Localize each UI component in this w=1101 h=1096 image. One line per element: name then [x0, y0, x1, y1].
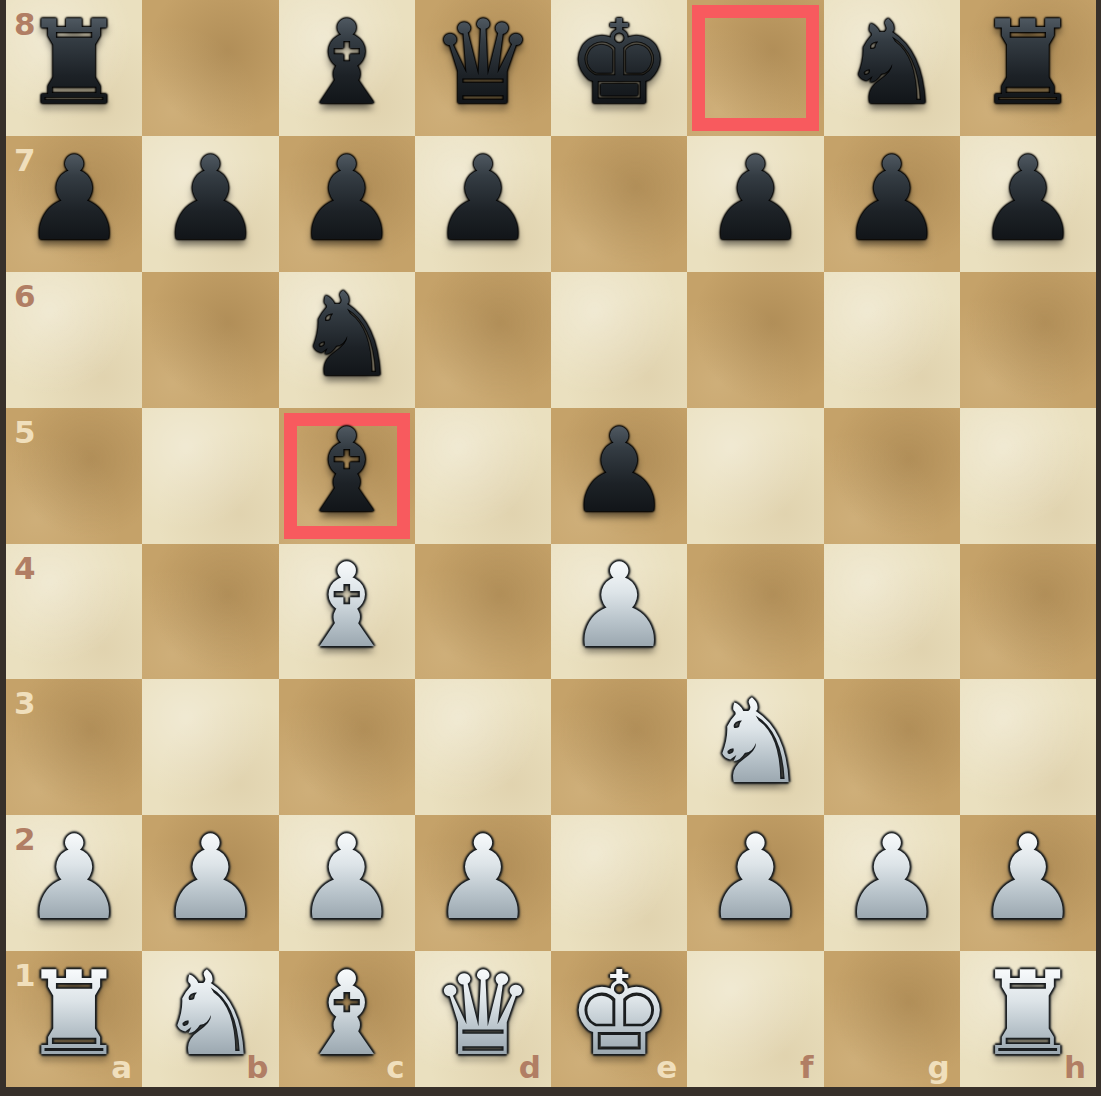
rank-label-4: 4: [14, 550, 36, 586]
white-knight[interactable]: [142, 951, 278, 1087]
square-h1[interactable]: h: [960, 951, 1096, 1087]
square-f1[interactable]: f: [687, 951, 823, 1087]
square-c1[interactable]: c: [279, 951, 415, 1087]
square-g6[interactable]: [824, 272, 960, 408]
square-a6[interactable]: 6: [6, 272, 142, 408]
square-e7[interactable]: [551, 136, 687, 272]
white-king[interactable]: [551, 951, 687, 1087]
square-c5[interactable]: [279, 408, 415, 544]
white-pawn[interactable]: [687, 815, 823, 951]
black-pawn[interactable]: [415, 136, 551, 272]
square-d5[interactable]: [415, 408, 551, 544]
square-h4[interactable]: [960, 544, 1096, 680]
white-pawn[interactable]: [142, 815, 278, 951]
square-c2[interactable]: [279, 815, 415, 951]
square-a5[interactable]: 5: [6, 408, 142, 544]
square-d3[interactable]: [415, 679, 551, 815]
black-queen[interactable]: [415, 0, 551, 136]
square-a8[interactable]: 8: [6, 0, 142, 136]
square-a7[interactable]: 7: [6, 136, 142, 272]
black-pawn[interactable]: [6, 136, 142, 272]
black-pawn[interactable]: [142, 136, 278, 272]
square-g3[interactable]: [824, 679, 960, 815]
square-f4[interactable]: [687, 544, 823, 680]
file-label-f: f: [800, 1049, 814, 1085]
black-bishop[interactable]: [279, 0, 415, 136]
chess-app-window: 87654321abcdefgh: [0, 0, 1101, 1096]
white-pawn[interactable]: [551, 544, 687, 680]
square-b8[interactable]: [142, 0, 278, 136]
square-a1[interactable]: 1a: [6, 951, 142, 1087]
square-b7[interactable]: [142, 136, 278, 272]
square-d4[interactable]: [415, 544, 551, 680]
square-g4[interactable]: [824, 544, 960, 680]
square-g8[interactable]: [824, 0, 960, 136]
square-b4[interactable]: [142, 544, 278, 680]
square-h3[interactable]: [960, 679, 1096, 815]
rank-label-5: 5: [14, 414, 36, 450]
square-a3[interactable]: 3: [6, 679, 142, 815]
white-rook[interactable]: [6, 951, 142, 1087]
square-c6[interactable]: [279, 272, 415, 408]
square-e4[interactable]: [551, 544, 687, 680]
black-pawn[interactable]: [824, 136, 960, 272]
rank-label-6: 6: [14, 278, 36, 314]
square-g5[interactable]: [824, 408, 960, 544]
black-pawn[interactable]: [551, 408, 687, 544]
white-pawn[interactable]: [6, 815, 142, 951]
white-bishop[interactable]: [279, 951, 415, 1087]
square-b3[interactable]: [142, 679, 278, 815]
file-label-g: g: [928, 1049, 950, 1085]
square-f5[interactable]: [687, 408, 823, 544]
square-f7[interactable]: [687, 136, 823, 272]
square-c7[interactable]: [279, 136, 415, 272]
square-b5[interactable]: [142, 408, 278, 544]
square-b1[interactable]: b: [142, 951, 278, 1087]
square-f3[interactable]: [687, 679, 823, 815]
square-f2[interactable]: [687, 815, 823, 951]
square-h5[interactable]: [960, 408, 1096, 544]
square-d2[interactable]: [415, 815, 551, 951]
black-knight[interactable]: [824, 0, 960, 136]
square-h8[interactable]: [960, 0, 1096, 136]
square-g2[interactable]: [824, 815, 960, 951]
rank-label-3: 3: [14, 685, 36, 721]
square-e3[interactable]: [551, 679, 687, 815]
chess-board: 87654321abcdefgh: [6, 0, 1096, 1087]
square-b6[interactable]: [142, 272, 278, 408]
square-c8[interactable]: [279, 0, 415, 136]
square-a4[interactable]: 4: [6, 544, 142, 680]
black-bishop[interactable]: [279, 408, 415, 544]
black-rook[interactable]: [960, 0, 1096, 136]
black-king[interactable]: [551, 0, 687, 136]
square-c3[interactable]: [279, 679, 415, 815]
white-queen[interactable]: [415, 951, 551, 1087]
square-e2[interactable]: [551, 815, 687, 951]
white-rook[interactable]: [960, 951, 1096, 1087]
black-rook[interactable]: [6, 0, 142, 136]
square-e6[interactable]: [551, 272, 687, 408]
square-g7[interactable]: [824, 136, 960, 272]
square-e1[interactable]: e: [551, 951, 687, 1087]
square-b2[interactable]: [142, 815, 278, 951]
white-pawn[interactable]: [960, 815, 1096, 951]
black-knight[interactable]: [279, 272, 415, 408]
white-knight[interactable]: [687, 679, 823, 815]
square-c4[interactable]: [279, 544, 415, 680]
square-d6[interactable]: [415, 272, 551, 408]
white-pawn[interactable]: [279, 815, 415, 951]
square-d1[interactable]: d: [415, 951, 551, 1087]
square-e5[interactable]: [551, 408, 687, 544]
square-h7[interactable]: [960, 136, 1096, 272]
black-pawn[interactable]: [279, 136, 415, 272]
square-d8[interactable]: [415, 0, 551, 136]
square-h6[interactable]: [960, 272, 1096, 408]
white-pawn[interactable]: [415, 815, 551, 951]
white-pawn[interactable]: [824, 815, 960, 951]
square-f8[interactable]: [687, 0, 823, 136]
square-e8[interactable]: [551, 0, 687, 136]
square-g1[interactable]: g: [824, 951, 960, 1087]
square-d7[interactable]: [415, 136, 551, 272]
square-h2[interactable]: [960, 815, 1096, 951]
square-f6[interactable]: [687, 272, 823, 408]
white-bishop[interactable]: [279, 544, 415, 680]
square-a2[interactable]: 2: [6, 815, 142, 951]
black-pawn[interactable]: [960, 136, 1096, 272]
black-pawn[interactable]: [687, 136, 823, 272]
